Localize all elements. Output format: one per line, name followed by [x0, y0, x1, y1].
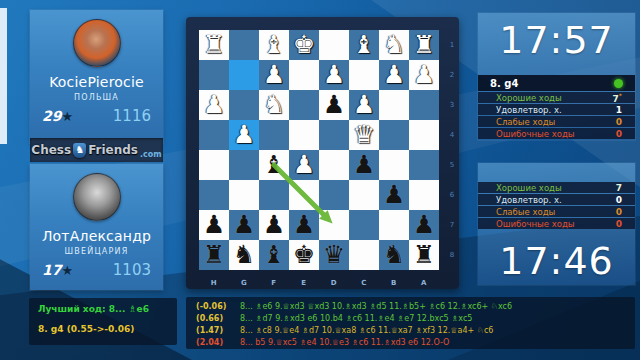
stat-label: Хорошие ходы [496, 93, 562, 103]
stat-row-bad: Ошибочные ходы0 [478, 128, 635, 139]
best-move-text: Лучший ход: 8... ♗e6 [38, 304, 168, 314]
analysis-eval: (-0.06) [186, 302, 240, 311]
white-k-piece: ♚ [289, 30, 319, 60]
black-k-piece: ♚ [289, 240, 319, 270]
square-f6[interactable] [259, 180, 289, 210]
stat-value: 7 [616, 183, 622, 193]
white-p-piece: ♟ [259, 60, 289, 90]
white-n-piece: ♞ [259, 90, 289, 120]
square-b7[interactable] [379, 210, 409, 240]
logo-text-chess: Chess [31, 143, 71, 157]
analysis-moves: 8... ♗d7 9.♗xd3 e6 10.b4 ♗c6 11.♗e4 ♗e7 … [240, 314, 635, 323]
square-c1[interactable]: ♝ [349, 30, 379, 60]
rank-label: 6 [447, 180, 457, 210]
black-b-piece: ♝ [259, 150, 289, 180]
white-p-piece: ♟ [289, 150, 319, 180]
square-d7[interactable] [319, 210, 349, 240]
game-screen: KociePierocie ПОЛЬША 29★ 1116 Chess ♞ Fr… [0, 0, 640, 360]
white-p-piece: ♟ [349, 90, 379, 120]
square-f3[interactable]: ♞ [259, 90, 289, 120]
file-label: D [319, 277, 349, 288]
black-info-panel: Хорошие ходы7Удовлетвор. х.0Слабые ходы0… [478, 163, 635, 285]
square-e1[interactable]: ♚ [289, 30, 319, 60]
analysis-moves: 8... ♗c8 9.♕e4 ♗d7 10.♕xa8 ♗c6 11.♕xa7 ♗… [240, 326, 635, 335]
square-c8[interactable] [349, 240, 379, 270]
stat-value: 0 [616, 195, 622, 205]
white-p-piece: ♟ [319, 60, 349, 90]
avatar-top-player [73, 19, 121, 67]
analysis-line-4[interactable]: (2.04)8... b5 9.♕xc5 ♗e4 10.♕e3 ♗c6 11.♗… [186, 336, 635, 348]
file-label: E [289, 277, 319, 288]
file-label: H [199, 277, 229, 288]
player-rating-top: 1116 [113, 107, 151, 125]
square-h3[interactable]: ♟ [199, 90, 229, 120]
white-n-piece: ♞ [379, 30, 409, 60]
analysis-line-2[interactable]: (0.66)8... ♗d7 9.♗xd3 e6 10.b4 ♗c6 11.♗e… [186, 312, 635, 324]
player-card-bottom: ЛотАлександр ШВЕЙЦАРИЯ 17★ 1103 [30, 164, 163, 290]
square-g7[interactable]: ♟ [229, 210, 259, 240]
stat-row-ok: Удовлетвор. х.1 [478, 104, 635, 115]
stat-value: 0 [616, 129, 622, 139]
stat-row-good: Хорошие ходы7* [478, 92, 635, 103]
played-move-eval-text: 8. g4 (0.55->-0.06) [38, 324, 168, 334]
square-h5[interactable] [199, 150, 229, 180]
logo-text-friends: Friends [88, 143, 138, 157]
stat-label: Удовлетвор. х. [496, 195, 562, 205]
file-label: G [229, 277, 259, 288]
stats-bottom: Хорошие ходы7Удовлетвор. х.0Слабые ходы0… [478, 182, 635, 230]
move-quality-dot-icon [614, 79, 623, 88]
stat-row-weak: Слабые ходы0 [478, 206, 635, 217]
board-grid: ♜♝♚♝♞♜♟♟♟♟♟♞♟♟♟♛♝♟♟♟♟♟♟♟♟♜♞♝♚♛♞♜ [199, 30, 439, 270]
white-b-piece: ♝ [349, 30, 379, 60]
player-name-top: KociePierocie [30, 74, 163, 90]
stat-label: Слабые ходы [496, 207, 555, 217]
square-d4[interactable] [319, 120, 349, 150]
white-p-piece: ♟ [379, 60, 409, 90]
white-r-piece: ♜ [409, 30, 439, 60]
file-labels: HGFEDCBA [199, 277, 439, 288]
square-c2[interactable] [349, 60, 379, 90]
file-label: C [349, 277, 379, 288]
player-card-top: KociePierocie ПОЛЬША 29★ 1116 [30, 10, 163, 143]
square-d5[interactable] [319, 150, 349, 180]
square-h2[interactable] [199, 60, 229, 90]
square-f2[interactable]: ♟ [259, 60, 289, 90]
black-n-piece: ♞ [379, 240, 409, 270]
stat-value: 0 [616, 207, 622, 217]
square-a7[interactable]: ♟ [409, 210, 439, 240]
chess-board: ♜♝♚♝♞♜♟♟♟♟♟♞♟♟♟♛♝♟♟♟♟♟♟♟♟♜♞♝♚♛♞♜ 1234567… [186, 17, 459, 289]
shield-knight-icon: ♞ [73, 143, 86, 158]
move-header-label: 8. g4 [490, 78, 518, 89]
square-b4[interactable] [379, 120, 409, 150]
square-g8[interactable]: ♞ [229, 240, 259, 270]
square-b2[interactable]: ♟ [379, 60, 409, 90]
white-p-piece: ♟ [229, 120, 259, 150]
white-info-panel: 17:57 8. g4 Хорошие ходы7*Удовлетвор. х.… [478, 13, 635, 140]
square-a8[interactable]: ♜ [409, 240, 439, 270]
black-p-piece: ♟ [289, 210, 319, 240]
star-icon: ★ [61, 109, 73, 124]
square-b6[interactable]: ♟ [379, 180, 409, 210]
chess4friends-logo: Chess ♞ Friends .com [30, 138, 163, 162]
square-c3[interactable]: ♟ [349, 90, 379, 120]
rank-label: 1 [447, 30, 457, 60]
rank-label: 3 [447, 90, 457, 120]
black-p-piece: ♟ [379, 180, 409, 210]
player-rating-bottom: 1103 [113, 261, 151, 279]
rank-label: 4 [447, 120, 457, 150]
clock-top: 17:57 [478, 13, 635, 62]
square-h7[interactable]: ♟ [199, 210, 229, 240]
square-h4[interactable] [199, 120, 229, 150]
stat-label: Слабые ходы [496, 117, 555, 127]
white-b-piece: ♝ [259, 30, 289, 60]
analysis-line-1[interactable]: (-0.06)8... ♗e6 9.♕xd3 ♕xd3 10.♗xd3 ♗d5 … [186, 300, 635, 312]
square-c4[interactable]: ♛ [349, 120, 379, 150]
stat-label: Ошибочные ходы [496, 219, 574, 229]
background-facet [0, 8, 7, 144]
black-p-piece: ♟ [319, 90, 349, 120]
square-f8[interactable]: ♝ [259, 240, 289, 270]
square-d1[interactable] [319, 30, 349, 60]
analysis-eval: (2.04) [186, 338, 240, 347]
square-f5[interactable]: ♝ [259, 150, 289, 180]
file-label: B [379, 277, 409, 288]
file-label: A [409, 277, 439, 288]
square-b8[interactable]: ♞ [379, 240, 409, 270]
player-name-bottom: ЛотАлександр [30, 228, 163, 244]
square-d8[interactable]: ♛ [319, 240, 349, 270]
stat-row-good: Хорошие ходы7 [478, 182, 635, 193]
player-country-top: ПОЛЬША [30, 93, 163, 102]
file-label: F [259, 277, 289, 288]
square-g4[interactable]: ♟ [229, 120, 259, 150]
black-b-piece: ♝ [259, 240, 289, 270]
stat-label: Ошибочные ходы [496, 129, 574, 139]
square-h6[interactable] [199, 180, 229, 210]
analysis-eval: (0.66) [186, 314, 240, 323]
player-country-bottom: ШВЕЙЦАРИЯ [30, 247, 163, 256]
square-b5[interactable] [379, 150, 409, 180]
stat-row-bad: Ошибочные ходы0 [478, 218, 635, 229]
square-g1[interactable] [229, 30, 259, 60]
square-a4[interactable] [409, 120, 439, 150]
stat-value: 0 [616, 219, 622, 229]
avatar-bottom-player [73, 173, 121, 221]
white-p-piece: ♟ [199, 90, 229, 120]
black-n-piece: ♞ [229, 240, 259, 270]
stats-top: Хорошие ходы7*Удовлетвор. х.1Слабые ходы… [478, 92, 635, 140]
move-header: 8. g4 [478, 75, 635, 91]
stat-row-ok: Удовлетвор. х.0 [478, 194, 635, 205]
square-f1[interactable]: ♝ [259, 30, 289, 60]
square-g3[interactable] [229, 90, 259, 120]
stat-label: Удовлетвор. х. [496, 105, 562, 115]
stat-value: 1 [616, 105, 622, 115]
square-c5[interactable]: ♟ [349, 150, 379, 180]
square-h8[interactable]: ♜ [199, 240, 229, 270]
analysis-line-3[interactable]: (1.47)8... ♗c8 9.♕e4 ♗d7 10.♕xa8 ♗c6 11.… [186, 324, 635, 336]
stat-row-weak: Слабые ходы0 [478, 116, 635, 127]
square-d3[interactable]: ♟ [319, 90, 349, 120]
black-p-piece: ♟ [199, 210, 229, 240]
square-h1[interactable]: ♜ [199, 30, 229, 60]
square-e6[interactable] [289, 180, 319, 210]
analysis-moves: 8... b5 9.♕xc5 ♗e4 10.♕e3 ♗c6 11.♗xd3 e6… [240, 338, 635, 347]
white-p-piece: ♟ [409, 60, 439, 90]
white-r-piece: ♜ [199, 30, 229, 60]
square-e4[interactable] [289, 120, 319, 150]
rank-label: 2 [447, 60, 457, 90]
square-a2[interactable]: ♟ [409, 60, 439, 90]
best-move-panel: Лучший ход: 8... ♗e6 8. g4 (0.55->-0.06) [29, 298, 177, 345]
analysis-moves: 8... ♗e6 9.♕xd3 ♕xd3 10.♗xd3 ♗d5 11.♗b5+… [240, 302, 635, 311]
black-p-piece: ♟ [259, 210, 289, 240]
black-p-piece: ♟ [349, 150, 379, 180]
square-f7[interactable]: ♟ [259, 210, 289, 240]
star-icon: ★ [61, 263, 73, 278]
square-a3[interactable] [409, 90, 439, 120]
square-g6[interactable] [229, 180, 259, 210]
black-r-piece: ♜ [409, 240, 439, 270]
analysis-panel: (-0.06)8... ♗e6 9.♕xd3 ♕xd3 10.♗xd3 ♗d5 … [186, 297, 635, 349]
player-stars-top: 29★ [42, 108, 73, 124]
square-a5[interactable] [409, 150, 439, 180]
logo-text-com: .com [140, 150, 162, 159]
square-e8[interactable]: ♚ [289, 240, 319, 270]
square-c7[interactable] [349, 210, 379, 240]
square-d6[interactable] [319, 180, 349, 210]
square-d2[interactable]: ♟ [319, 60, 349, 90]
square-b1[interactable]: ♞ [379, 30, 409, 60]
clock-bottom: 17:46 [478, 239, 635, 283]
square-a1[interactable]: ♜ [409, 30, 439, 60]
square-a6[interactable] [409, 180, 439, 210]
analysis-eval: (1.47) [186, 326, 240, 335]
white-q-piece: ♛ [349, 120, 379, 150]
black-p-piece: ♟ [229, 210, 259, 240]
black-p-piece: ♟ [409, 210, 439, 240]
square-g5[interactable] [229, 150, 259, 180]
square-e7[interactable]: ♟ [289, 210, 319, 240]
rank-labels: 12345678 [447, 30, 457, 270]
square-c6[interactable] [349, 180, 379, 210]
square-e5[interactable]: ♟ [289, 150, 319, 180]
player-stars-bottom: 17★ [42, 262, 73, 278]
square-e3[interactable] [289, 90, 319, 120]
black-q-piece: ♛ [319, 240, 349, 270]
black-r-piece: ♜ [199, 240, 229, 270]
rank-label: 5 [447, 150, 457, 180]
stat-value: 0 [616, 117, 622, 127]
stat-value: 7* [613, 92, 622, 104]
square-f4[interactable] [259, 120, 289, 150]
square-e2[interactable] [289, 60, 319, 90]
rank-label: 8 [447, 240, 457, 270]
square-b3[interactable] [379, 90, 409, 120]
square-g2[interactable] [229, 60, 259, 90]
stat-label: Хорошие ходы [496, 183, 562, 193]
rank-label: 7 [447, 210, 457, 240]
